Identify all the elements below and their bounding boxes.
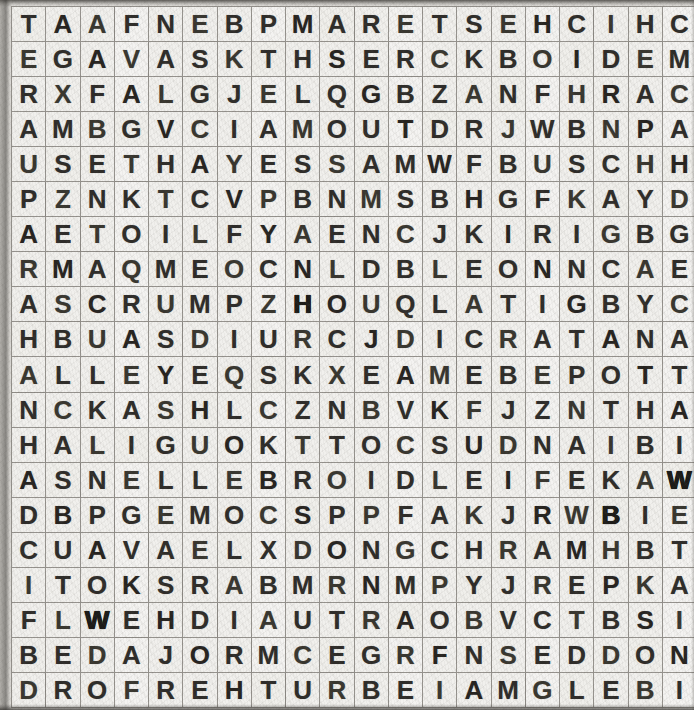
grid-cell[interactable]: N bbox=[320, 182, 354, 217]
grid-cell[interactable]: A bbox=[389, 603, 423, 638]
grid-cell[interactable]: N bbox=[81, 463, 115, 498]
grid-cell[interactable]: R bbox=[320, 673, 354, 708]
grid-cell[interactable]: E bbox=[594, 673, 628, 708]
grid-cell[interactable]: W bbox=[560, 498, 594, 533]
grid-cell[interactable]: H bbox=[560, 77, 594, 112]
grid-cell[interactable]: T bbox=[560, 603, 594, 638]
grid-cell[interactable]: Q bbox=[389, 287, 423, 322]
grid-cell[interactable]: E bbox=[526, 638, 560, 673]
grid-cell[interactable]: K bbox=[218, 42, 252, 77]
grid-cell[interactable]: E bbox=[320, 638, 354, 673]
grid-cell[interactable]: R bbox=[355, 7, 389, 42]
grid-cell[interactable]: I bbox=[629, 498, 663, 533]
grid-cell[interactable]: S bbox=[252, 357, 286, 392]
grid-cell[interactable]: A bbox=[423, 498, 457, 533]
grid-cell[interactable]: Y bbox=[457, 568, 491, 603]
grid-cell[interactable]: C bbox=[81, 287, 115, 322]
grid-cell[interactable]: A bbox=[355, 147, 389, 182]
grid-cell[interactable]: A bbox=[320, 7, 354, 42]
grid-cell[interactable]: R bbox=[389, 638, 423, 673]
grid-cell[interactable]: E bbox=[115, 463, 149, 498]
grid-cell[interactable]: C bbox=[183, 182, 217, 217]
grid-cell[interactable]: Z bbox=[423, 77, 457, 112]
grid-cell[interactable]: A bbox=[526, 533, 560, 568]
grid-cell[interactable]: I bbox=[663, 603, 694, 638]
grid-cell[interactable]: Z bbox=[286, 393, 320, 428]
grid-cell[interactable]: X bbox=[320, 357, 354, 392]
grid-cell[interactable]: E bbox=[183, 7, 217, 42]
grid-cell[interactable]: K bbox=[115, 182, 149, 217]
grid-cell[interactable]: D bbox=[183, 322, 217, 357]
grid-cell[interactable]: Q bbox=[115, 252, 149, 287]
grid-cell[interactable]: A bbox=[457, 77, 491, 112]
grid-cell[interactable]: X bbox=[252, 533, 286, 568]
grid-cell[interactable]: O bbox=[423, 603, 457, 638]
grid-cell[interactable]: A bbox=[149, 42, 183, 77]
grid-cell[interactable]: E bbox=[115, 357, 149, 392]
grid-cell[interactable]: P bbox=[629, 112, 663, 147]
grid-cell[interactable]: A bbox=[389, 357, 423, 392]
grid-cell[interactable]: F bbox=[12, 603, 46, 638]
grid-cell[interactable]: W bbox=[663, 463, 694, 498]
grid-cell[interactable]: R bbox=[526, 498, 560, 533]
grid-cell[interactable]: S bbox=[46, 147, 80, 182]
grid-cell[interactable]: N bbox=[320, 393, 354, 428]
grid-cell[interactable]: E bbox=[320, 217, 354, 252]
grid-cell[interactable]: K bbox=[115, 568, 149, 603]
grid-cell[interactable]: K bbox=[81, 393, 115, 428]
grid-cell[interactable]: I bbox=[423, 673, 457, 708]
grid-cell[interactable]: X bbox=[46, 77, 80, 112]
grid-cell[interactable]: E bbox=[663, 498, 694, 533]
grid-cell[interactable]: R bbox=[12, 252, 46, 287]
grid-cell[interactable]: B bbox=[492, 147, 526, 182]
grid-cell[interactable]: G bbox=[355, 77, 389, 112]
grid-cell[interactable]: A bbox=[81, 7, 115, 42]
grid-cell[interactable]: U bbox=[12, 147, 46, 182]
grid-cell[interactable]: D bbox=[594, 42, 628, 77]
grid-cell[interactable]: L bbox=[560, 673, 594, 708]
grid-cell[interactable]: E bbox=[183, 673, 217, 708]
grid-cell[interactable]: R bbox=[46, 673, 80, 708]
grid-cell[interactable]: O bbox=[218, 428, 252, 463]
grid-cell[interactable]: U bbox=[252, 322, 286, 357]
grid-cell[interactable]: V bbox=[115, 533, 149, 568]
grid-cell[interactable]: T bbox=[560, 322, 594, 357]
grid-cell[interactable]: E bbox=[12, 42, 46, 77]
grid-cell[interactable]: Z bbox=[526, 393, 560, 428]
grid-cell[interactable]: O bbox=[594, 357, 628, 392]
grid-cell[interactable]: R bbox=[492, 322, 526, 357]
grid-cell[interactable]: R bbox=[389, 42, 423, 77]
grid-cell[interactable]: P bbox=[320, 498, 354, 533]
grid-cell[interactable]: M bbox=[355, 182, 389, 217]
grid-cell[interactable]: L bbox=[286, 77, 320, 112]
grid-cell[interactable]: A bbox=[12, 217, 46, 252]
grid-cell[interactable]: L bbox=[149, 77, 183, 112]
grid-cell[interactable]: M bbox=[149, 252, 183, 287]
grid-cell[interactable]: S bbox=[492, 638, 526, 673]
grid-cell[interactable]: N bbox=[526, 252, 560, 287]
grid-cell[interactable]: U bbox=[183, 428, 217, 463]
grid-cell[interactable]: I bbox=[12, 568, 46, 603]
grid-cell[interactable]: A bbox=[183, 147, 217, 182]
grid-cell[interactable]: C bbox=[252, 252, 286, 287]
grid-cell[interactable]: B bbox=[81, 112, 115, 147]
grid-cell[interactable]: T bbox=[46, 568, 80, 603]
grid-cell[interactable]: E bbox=[355, 42, 389, 77]
grid-cell[interactable]: F bbox=[526, 77, 560, 112]
grid-cell[interactable]: A bbox=[81, 42, 115, 77]
grid-cell[interactable]: N bbox=[560, 252, 594, 287]
grid-cell[interactable]: I bbox=[492, 463, 526, 498]
grid-cell[interactable]: S bbox=[149, 393, 183, 428]
grid-cell[interactable]: B bbox=[560, 112, 594, 147]
grid-cell[interactable]: I bbox=[594, 428, 628, 463]
grid-cell[interactable]: I bbox=[594, 7, 628, 42]
grid-cell[interactable]: A bbox=[286, 217, 320, 252]
grid-cell[interactable]: L bbox=[46, 603, 80, 638]
grid-cell[interactable]: E bbox=[663, 252, 694, 287]
grid-cell[interactable]: L bbox=[218, 393, 252, 428]
grid-cell[interactable]: L bbox=[423, 287, 457, 322]
grid-cell[interactable]: R bbox=[355, 603, 389, 638]
grid-cell[interactable]: A bbox=[526, 322, 560, 357]
grid-cell[interactable]: O bbox=[320, 112, 354, 147]
grid-cell[interactable]: I bbox=[492, 217, 526, 252]
grid-cell[interactable]: H bbox=[218, 673, 252, 708]
grid-cell[interactable]: B bbox=[46, 498, 80, 533]
grid-cell[interactable]: Q bbox=[218, 357, 252, 392]
grid-cell[interactable]: T bbox=[629, 357, 663, 392]
grid-cell[interactable]: C bbox=[663, 7, 694, 42]
grid-cell[interactable]: H bbox=[629, 147, 663, 182]
grid-cell[interactable]: B bbox=[594, 603, 628, 638]
grid-cell[interactable]: K bbox=[423, 393, 457, 428]
grid-cell[interactable]: B bbox=[492, 42, 526, 77]
grid-cell[interactable]: A bbox=[252, 603, 286, 638]
grid-cell[interactable]: L bbox=[183, 217, 217, 252]
grid-cell[interactable]: P bbox=[81, 498, 115, 533]
grid-cell[interactable]: F bbox=[389, 498, 423, 533]
grid-cell[interactable]: C bbox=[252, 498, 286, 533]
grid-cell[interactable]: P bbox=[423, 568, 457, 603]
grid-cell[interactable]: G bbox=[663, 217, 694, 252]
grid-cell[interactable]: T bbox=[389, 112, 423, 147]
grid-cell[interactable]: C bbox=[423, 42, 457, 77]
grid-cell[interactable]: N bbox=[149, 7, 183, 42]
grid-cell[interactable]: R bbox=[594, 77, 628, 112]
grid-cell[interactable]: B bbox=[492, 357, 526, 392]
grid-cell[interactable]: R bbox=[320, 568, 354, 603]
grid-cell[interactable]: B bbox=[252, 463, 286, 498]
grid-cell[interactable]: A bbox=[663, 393, 694, 428]
grid-cell[interactable]: G bbox=[355, 638, 389, 673]
grid-cell[interactable]: D bbox=[389, 463, 423, 498]
grid-cell[interactable]: T bbox=[81, 217, 115, 252]
grid-cell[interactable]: M bbox=[560, 533, 594, 568]
grid-cell[interactable]: N bbox=[12, 393, 46, 428]
grid-cell[interactable]: H bbox=[663, 147, 694, 182]
grid-cell[interactable]: T bbox=[594, 393, 628, 428]
grid-cell[interactable]: U bbox=[457, 428, 491, 463]
grid-cell[interactable]: F bbox=[457, 393, 491, 428]
grid-cell[interactable]: O bbox=[492, 252, 526, 287]
grid-cell[interactable]: C bbox=[560, 7, 594, 42]
grid-cell[interactable]: F bbox=[423, 638, 457, 673]
grid-cell[interactable]: A bbox=[81, 252, 115, 287]
grid-cell[interactable]: B bbox=[389, 252, 423, 287]
grid-cell[interactable]: E bbox=[115, 603, 149, 638]
grid-cell[interactable]: A bbox=[663, 112, 694, 147]
grid-cell[interactable]: L bbox=[149, 463, 183, 498]
grid-cell[interactable]: A bbox=[115, 322, 149, 357]
grid-cell[interactable]: E bbox=[183, 357, 217, 392]
grid-cell[interactable]: T bbox=[149, 182, 183, 217]
grid-cell[interactable]: M bbox=[183, 498, 217, 533]
grid-cell[interactable]: T bbox=[252, 673, 286, 708]
grid-cell[interactable]: D bbox=[663, 182, 694, 217]
grid-cell[interactable]: N bbox=[629, 322, 663, 357]
grid-cell[interactable]: A bbox=[663, 568, 694, 603]
grid-cell[interactable]: B bbox=[423, 182, 457, 217]
grid-cell[interactable]: U bbox=[81, 322, 115, 357]
grid-cell[interactable]: A bbox=[115, 638, 149, 673]
grid-cell[interactable]: C bbox=[252, 393, 286, 428]
grid-cell[interactable]: O bbox=[629, 638, 663, 673]
grid-cell[interactable]: I bbox=[218, 322, 252, 357]
grid-cell[interactable]: N bbox=[286, 252, 320, 287]
grid-cell[interactable]: C bbox=[663, 287, 694, 322]
grid-cell[interactable]: A bbox=[12, 357, 46, 392]
grid-cell[interactable]: D bbox=[492, 428, 526, 463]
grid-cell[interactable]: A bbox=[81, 533, 115, 568]
grid-cell[interactable]: G bbox=[183, 77, 217, 112]
grid-cell[interactable]: D bbox=[12, 673, 46, 708]
grid-cell[interactable]: F bbox=[526, 182, 560, 217]
grid-cell[interactable]: N bbox=[663, 638, 694, 673]
grid-cell[interactable]: J bbox=[492, 112, 526, 147]
grid-cell[interactable]: R bbox=[12, 77, 46, 112]
grid-cell[interactable]: B bbox=[355, 393, 389, 428]
grid-cell[interactable]: R bbox=[526, 217, 560, 252]
grid-cell[interactable]: M bbox=[663, 42, 694, 77]
grid-cell[interactable]: C bbox=[46, 393, 80, 428]
grid-cell[interactable]: I bbox=[218, 112, 252, 147]
grid-cell[interactable]: M bbox=[286, 568, 320, 603]
grid-cell[interactable]: K bbox=[252, 428, 286, 463]
grid-cell[interactable]: I bbox=[560, 217, 594, 252]
grid-cell[interactable]: N bbox=[526, 428, 560, 463]
grid-cell[interactable]: E bbox=[81, 147, 115, 182]
grid-cell[interactable]: G bbox=[115, 498, 149, 533]
grid-cell[interactable]: T bbox=[252, 42, 286, 77]
grid-cell[interactable]: S bbox=[286, 498, 320, 533]
grid-cell[interactable]: J bbox=[423, 217, 457, 252]
grid-cell[interactable]: G bbox=[115, 112, 149, 147]
grid-cell[interactable]: P bbox=[594, 568, 628, 603]
grid-cell[interactable]: C bbox=[183, 112, 217, 147]
grid-cell[interactable]: B bbox=[457, 603, 491, 638]
grid-cell[interactable]: H bbox=[629, 7, 663, 42]
grid-cell[interactable]: F bbox=[81, 77, 115, 112]
grid-cell[interactable]: R bbox=[218, 638, 252, 673]
grid-cell[interactable]: C bbox=[423, 533, 457, 568]
grid-cell[interactable]: H bbox=[286, 287, 320, 322]
grid-cell[interactable]: M bbox=[46, 112, 80, 147]
grid-cell[interactable]: A bbox=[12, 287, 46, 322]
grid-cell[interactable]: D bbox=[560, 638, 594, 673]
grid-cell[interactable]: U bbox=[149, 287, 183, 322]
grid-cell[interactable]: H bbox=[286, 42, 320, 77]
grid-cell[interactable]: H bbox=[12, 322, 46, 357]
grid-cell[interactable]: M bbox=[423, 357, 457, 392]
grid-cell[interactable]: E bbox=[149, 498, 183, 533]
grid-cell[interactable]: R bbox=[526, 568, 560, 603]
grid-cell[interactable]: I bbox=[218, 603, 252, 638]
grid-cell[interactable]: E bbox=[252, 147, 286, 182]
grid-cell[interactable]: O bbox=[355, 428, 389, 463]
grid-cell[interactable]: C bbox=[594, 147, 628, 182]
grid-cell[interactable]: E bbox=[457, 252, 491, 287]
grid-cell[interactable]: A bbox=[629, 77, 663, 112]
grid-cell[interactable]: A bbox=[12, 463, 46, 498]
grid-cell[interactable]: D bbox=[286, 533, 320, 568]
grid-cell[interactable]: H bbox=[12, 428, 46, 463]
grid-cell[interactable]: K bbox=[286, 357, 320, 392]
grid-cell[interactable]: A bbox=[457, 673, 491, 708]
grid-cell[interactable]: O bbox=[320, 463, 354, 498]
grid-cell[interactable]: K bbox=[457, 42, 491, 77]
grid-cell[interactable]: D bbox=[389, 322, 423, 357]
grid-cell[interactable]: S bbox=[320, 147, 354, 182]
grid-cell[interactable]: B bbox=[218, 7, 252, 42]
grid-cell[interactable]: M bbox=[286, 112, 320, 147]
grid-cell[interactable]: W bbox=[526, 112, 560, 147]
grid-cell[interactable]: S bbox=[46, 287, 80, 322]
grid-cell[interactable]: A bbox=[594, 322, 628, 357]
grid-cell[interactable]: E bbox=[218, 463, 252, 498]
grid-cell[interactable]: V bbox=[492, 603, 526, 638]
grid-cell[interactable]: R bbox=[115, 287, 149, 322]
grid-cell[interactable]: L bbox=[81, 428, 115, 463]
grid-cell[interactable]: B bbox=[629, 533, 663, 568]
grid-cell[interactable]: B bbox=[286, 182, 320, 217]
grid-cell[interactable]: R bbox=[457, 112, 491, 147]
grid-cell[interactable]: C bbox=[457, 322, 491, 357]
grid-cell[interactable]: J bbox=[492, 498, 526, 533]
grid-cell[interactable]: O bbox=[218, 498, 252, 533]
grid-cell[interactable]: N bbox=[355, 217, 389, 252]
grid-cell[interactable]: K bbox=[629, 568, 663, 603]
grid-cell[interactable]: M bbox=[252, 638, 286, 673]
grid-cell[interactable]: J bbox=[492, 393, 526, 428]
grid-cell[interactable]: N bbox=[457, 638, 491, 673]
grid-cell[interactable]: G bbox=[492, 182, 526, 217]
grid-cell[interactable]: B bbox=[594, 498, 628, 533]
grid-cell[interactable]: V bbox=[115, 42, 149, 77]
grid-cell[interactable]: N bbox=[594, 112, 628, 147]
grid-cell[interactable]: B bbox=[389, 77, 423, 112]
grid-cell[interactable]: M bbox=[492, 673, 526, 708]
grid-cell[interactable]: Y bbox=[149, 357, 183, 392]
grid-cell[interactable]: M bbox=[389, 568, 423, 603]
grid-cell[interactable]: G bbox=[46, 42, 80, 77]
grid-cell[interactable]: G bbox=[389, 533, 423, 568]
grid-cell[interactable]: U bbox=[526, 147, 560, 182]
grid-cell[interactable]: S bbox=[183, 42, 217, 77]
grid-cell[interactable]: S bbox=[629, 603, 663, 638]
grid-cell[interactable]: S bbox=[389, 182, 423, 217]
grid-cell[interactable]: T bbox=[320, 603, 354, 638]
grid-cell[interactable]: S bbox=[457, 7, 491, 42]
grid-cell[interactable]: B bbox=[12, 638, 46, 673]
grid-cell[interactable]: T bbox=[663, 357, 694, 392]
grid-cell[interactable]: E bbox=[526, 357, 560, 392]
grid-cell[interactable]: R bbox=[149, 673, 183, 708]
grid-cell[interactable]: N bbox=[355, 533, 389, 568]
grid-cell[interactable]: H bbox=[457, 533, 491, 568]
grid-cell[interactable]: I bbox=[115, 428, 149, 463]
grid-cell[interactable]: B bbox=[355, 673, 389, 708]
grid-cell[interactable]: K bbox=[560, 182, 594, 217]
grid-cell[interactable]: U bbox=[355, 112, 389, 147]
grid-cell[interactable]: I bbox=[526, 287, 560, 322]
grid-cell[interactable]: E bbox=[252, 77, 286, 112]
grid-cell[interactable]: A bbox=[115, 77, 149, 112]
grid-cell[interactable]: P bbox=[218, 287, 252, 322]
grid-cell[interactable]: F bbox=[526, 463, 560, 498]
grid-cell[interactable]: A bbox=[115, 393, 149, 428]
grid-cell[interactable]: L bbox=[320, 252, 354, 287]
grid-cell[interactable]: L bbox=[218, 533, 252, 568]
grid-cell[interactable]: E bbox=[355, 357, 389, 392]
grid-cell[interactable]: Y bbox=[629, 182, 663, 217]
grid-cell[interactable]: F bbox=[457, 147, 491, 182]
grid-cell[interactable]: O bbox=[81, 673, 115, 708]
grid-cell[interactable]: G bbox=[560, 287, 594, 322]
grid-cell[interactable]: D bbox=[183, 603, 217, 638]
grid-cell[interactable]: R bbox=[286, 463, 320, 498]
grid-cell[interactable]: T bbox=[286, 428, 320, 463]
grid-cell[interactable]: Y bbox=[629, 287, 663, 322]
grid-cell[interactable]: E bbox=[389, 7, 423, 42]
grid-cell[interactable]: I bbox=[663, 673, 694, 708]
grid-cell[interactable]: A bbox=[149, 533, 183, 568]
grid-cell[interactable]: B bbox=[46, 322, 80, 357]
grid-cell[interactable]: A bbox=[218, 568, 252, 603]
grid-cell[interactable]: G bbox=[526, 673, 560, 708]
grid-cell[interactable]: A bbox=[594, 182, 628, 217]
grid-cell[interactable]: E bbox=[389, 673, 423, 708]
grid-cell[interactable]: I bbox=[355, 463, 389, 498]
grid-cell[interactable]: R bbox=[286, 322, 320, 357]
grid-cell[interactable]: A bbox=[252, 112, 286, 147]
grid-cell[interactable]: C bbox=[320, 322, 354, 357]
grid-cell[interactable]: F bbox=[115, 7, 149, 42]
grid-cell[interactable]: A bbox=[629, 463, 663, 498]
grid-cell[interactable]: V bbox=[389, 393, 423, 428]
grid-cell[interactable]: D bbox=[355, 252, 389, 287]
grid-cell[interactable]: N bbox=[81, 182, 115, 217]
grid-cell[interactable]: A bbox=[663, 322, 694, 357]
grid-cell[interactable]: P bbox=[252, 7, 286, 42]
grid-cell[interactable]: A bbox=[46, 7, 80, 42]
grid-cell[interactable]: P bbox=[12, 182, 46, 217]
grid-cell[interactable]: Y bbox=[218, 147, 252, 182]
grid-cell[interactable]: L bbox=[183, 463, 217, 498]
grid-cell[interactable]: O bbox=[81, 568, 115, 603]
